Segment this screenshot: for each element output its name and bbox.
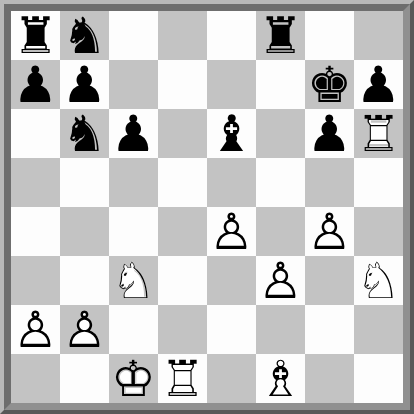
square-h3[interactable]: ♞♘ (354, 256, 403, 305)
piece-white-pawn[interactable]: ♟♙ (207, 207, 256, 256)
square-g1[interactable] (305, 354, 354, 403)
black-bishop-icon: ♝ (207, 109, 256, 158)
piece-black-rook[interactable]: ♜ (11, 11, 60, 60)
square-h6[interactable]: ♜♖ (354, 109, 403, 158)
square-g6[interactable]: ♟ (305, 109, 354, 158)
board-frame: ♜♞♜♟♟♚♟♞♟♝♟♜♖♟♙♟♙♞♘♟♙♞♘♟♙♟♙♚♔♜♖♝♗ (0, 0, 414, 414)
white-pawn-icon: ♙ (256, 256, 305, 305)
square-d1[interactable]: ♜♖ (158, 354, 207, 403)
piece-white-knight[interactable]: ♞♘ (354, 256, 403, 305)
white-knight-icon: ♘ (354, 256, 403, 305)
square-c4[interactable] (109, 207, 158, 256)
piece-black-pawn[interactable]: ♟ (109, 109, 158, 158)
square-f5[interactable] (256, 158, 305, 207)
piece-white-pawn[interactable]: ♟♙ (256, 256, 305, 305)
square-c5[interactable] (109, 158, 158, 207)
square-g7[interactable]: ♚ (305, 60, 354, 109)
piece-black-king[interactable]: ♚ (305, 60, 354, 109)
square-a3[interactable] (11, 256, 60, 305)
square-b1[interactable] (60, 354, 109, 403)
square-f8[interactable]: ♜ (256, 11, 305, 60)
piece-white-pawn[interactable]: ♟♙ (305, 207, 354, 256)
black-knight-icon: ♞ (60, 109, 109, 158)
piece-black-knight[interactable]: ♞ (60, 109, 109, 158)
square-a8[interactable]: ♜ (11, 11, 60, 60)
square-e3[interactable] (207, 256, 256, 305)
square-h2[interactable] (354, 305, 403, 354)
piece-black-pawn[interactable]: ♟ (305, 109, 354, 158)
black-king-icon: ♚ (305, 60, 354, 109)
square-e1[interactable] (207, 354, 256, 403)
piece-white-pawn[interactable]: ♟♙ (60, 305, 109, 354)
black-rook-icon: ♜ (256, 11, 305, 60)
white-king-icon: ♔ (109, 354, 158, 403)
piece-white-king[interactable]: ♚♔ (109, 354, 158, 403)
square-c3[interactable]: ♞♘ (109, 256, 158, 305)
white-pawn-icon: ♙ (207, 207, 256, 256)
board-frame-inner: ♜♞♜♟♟♚♟♞♟♝♟♜♖♟♙♟♙♞♘♟♙♞♘♟♙♟♙♚♔♜♖♝♗ (4, 4, 410, 410)
piece-black-pawn[interactable]: ♟ (11, 60, 60, 109)
square-d8[interactable] (158, 11, 207, 60)
square-h4[interactable] (354, 207, 403, 256)
square-f7[interactable] (256, 60, 305, 109)
square-d4[interactable] (158, 207, 207, 256)
square-a2[interactable]: ♟♙ (11, 305, 60, 354)
square-b6[interactable]: ♞ (60, 109, 109, 158)
piece-black-pawn[interactable]: ♟ (354, 60, 403, 109)
square-c6[interactable]: ♟ (109, 109, 158, 158)
square-c2[interactable] (109, 305, 158, 354)
square-b3[interactable] (60, 256, 109, 305)
square-f3[interactable]: ♟♙ (256, 256, 305, 305)
piece-black-knight[interactable]: ♞ (60, 11, 109, 60)
square-d2[interactable] (158, 305, 207, 354)
square-d5[interactable] (158, 158, 207, 207)
square-c1[interactable]: ♚♔ (109, 354, 158, 403)
black-pawn-icon: ♟ (305, 109, 354, 158)
square-e7[interactable] (207, 60, 256, 109)
square-c7[interactable] (109, 60, 158, 109)
black-knight-icon: ♞ (60, 11, 109, 60)
square-a7[interactable]: ♟ (11, 60, 60, 109)
square-d3[interactable] (158, 256, 207, 305)
square-e4[interactable]: ♟♙ (207, 207, 256, 256)
square-g5[interactable] (305, 158, 354, 207)
square-a4[interactable] (11, 207, 60, 256)
square-e8[interactable] (207, 11, 256, 60)
square-e5[interactable] (207, 158, 256, 207)
white-pawn-icon: ♙ (11, 305, 60, 354)
piece-black-rook[interactable]: ♜ (256, 11, 305, 60)
square-a5[interactable] (11, 158, 60, 207)
piece-white-knight[interactable]: ♞♘ (109, 256, 158, 305)
black-pawn-icon: ♟ (11, 60, 60, 109)
square-a1[interactable] (11, 354, 60, 403)
white-rook-icon: ♖ (158, 354, 207, 403)
piece-white-rook[interactable]: ♜♖ (158, 354, 207, 403)
square-b5[interactable] (60, 158, 109, 207)
square-f1[interactable]: ♝♗ (256, 354, 305, 403)
square-f4[interactable] (256, 207, 305, 256)
black-pawn-icon: ♟ (354, 60, 403, 109)
black-pawn-icon: ♟ (60, 60, 109, 109)
square-d7[interactable] (158, 60, 207, 109)
square-g2[interactable] (305, 305, 354, 354)
square-c8[interactable] (109, 11, 158, 60)
white-pawn-icon: ♙ (305, 207, 354, 256)
piece-black-bishop[interactable]: ♝ (207, 109, 256, 158)
square-g8[interactable] (305, 11, 354, 60)
square-h7[interactable]: ♟ (354, 60, 403, 109)
square-e2[interactable] (207, 305, 256, 354)
white-pawn-icon: ♙ (60, 305, 109, 354)
white-knight-icon: ♘ (109, 256, 158, 305)
square-b7[interactable]: ♟ (60, 60, 109, 109)
piece-white-bishop[interactable]: ♝♗ (256, 354, 305, 403)
square-d6[interactable] (158, 109, 207, 158)
square-a6[interactable] (11, 109, 60, 158)
square-h8[interactable] (354, 11, 403, 60)
white-bishop-icon: ♗ (256, 354, 305, 403)
square-f6[interactable] (256, 109, 305, 158)
square-h1[interactable] (354, 354, 403, 403)
piece-white-pawn[interactable]: ♟♙ (11, 305, 60, 354)
black-rook-icon: ♜ (11, 11, 60, 60)
chess-board: ♜♞♜♟♟♚♟♞♟♝♟♜♖♟♙♟♙♞♘♟♙♞♘♟♙♟♙♚♔♜♖♝♗ (11, 11, 403, 403)
square-b4[interactable] (60, 207, 109, 256)
square-e6[interactable]: ♝ (207, 109, 256, 158)
square-h5[interactable] (354, 158, 403, 207)
square-b8[interactable]: ♞ (60, 11, 109, 60)
square-b2[interactable]: ♟♙ (60, 305, 109, 354)
square-f2[interactable] (256, 305, 305, 354)
square-g3[interactable] (305, 256, 354, 305)
piece-white-rook[interactable]: ♜♖ (354, 109, 403, 158)
piece-black-pawn[interactable]: ♟ (60, 60, 109, 109)
black-pawn-icon: ♟ (109, 109, 158, 158)
square-g4[interactable]: ♟♙ (305, 207, 354, 256)
white-rook-icon: ♖ (354, 109, 403, 158)
